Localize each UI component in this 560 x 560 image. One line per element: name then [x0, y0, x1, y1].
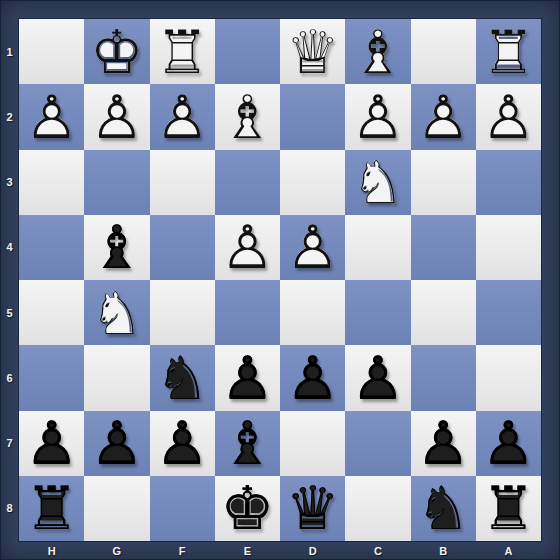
square-g1[interactable]: ♚♔: [84, 19, 149, 84]
rank-label-7: 7: [0, 411, 19, 476]
square-d2[interactable]: [280, 84, 345, 149]
square-a4[interactable]: [476, 215, 541, 280]
square-e6[interactable]: ♟♙: [215, 345, 280, 410]
white-rook-outline: ♖: [150, 19, 215, 84]
white-knight[interactable]: ♞♘: [345, 150, 410, 215]
rank-label-1: 1: [0, 19, 19, 84]
square-b1[interactable]: [411, 19, 476, 84]
square-h1[interactable]: [19, 19, 84, 84]
file-labels: HGFEDCBA: [19, 541, 541, 560]
black-bishop[interactable]: ♝♗: [215, 411, 280, 476]
square-e1[interactable]: [215, 19, 280, 84]
square-f6[interactable]: ♞♘: [150, 345, 215, 410]
square-c4[interactable]: [345, 215, 410, 280]
chess-board[interactable]: ♚♔♜♖♛♕♝♗♜♖♟♙♟♙♟♙♝♗♟♙♟♙♟♙♞♘♝♗♟♙♟♙♞♘♞♘♟♙♟♙…: [19, 19, 541, 541]
black-rook-outline: ♖: [19, 476, 84, 541]
rank-label-4: 4: [0, 215, 19, 280]
square-e3[interactable]: [215, 150, 280, 215]
black-rook-outline: ♖: [476, 476, 541, 541]
white-bishop-outline: ♗: [345, 19, 410, 84]
black-rook[interactable]: ♜♖: [476, 476, 541, 541]
black-pawn-outline: ♙: [411, 411, 476, 476]
square-c2[interactable]: ♟♙: [345, 84, 410, 149]
white-bishop-outline: ♗: [215, 84, 280, 149]
black-pawn-outline: ♙: [150, 411, 215, 476]
rank-labels: 12345678: [0, 19, 19, 541]
square-g4[interactable]: ♝♗: [84, 215, 149, 280]
black-king-outline: ♔: [215, 476, 280, 541]
white-king-outline: ♔: [84, 19, 149, 84]
square-e5[interactable]: [215, 280, 280, 345]
white-knight[interactable]: ♞♘: [84, 280, 149, 345]
file-label-c: C: [345, 541, 410, 560]
square-b6[interactable]: [411, 345, 476, 410]
white-bishop[interactable]: ♝♗: [215, 84, 280, 149]
white-pawn[interactable]: ♟♙: [280, 215, 345, 280]
white-rook[interactable]: ♜♖: [150, 19, 215, 84]
black-knight[interactable]: ♞♘: [411, 476, 476, 541]
square-h7[interactable]: ♟♙: [19, 411, 84, 476]
black-queen-outline: ♕: [280, 476, 345, 541]
white-pawn-outline: ♙: [476, 84, 541, 149]
square-b8[interactable]: ♞♘: [411, 476, 476, 541]
square-d7[interactable]: [280, 411, 345, 476]
white-rook[interactable]: ♜♖: [476, 19, 541, 84]
square-a6[interactable]: [476, 345, 541, 410]
white-pawn[interactable]: ♟♙: [345, 84, 410, 149]
black-pawn[interactable]: ♟♙: [215, 345, 280, 410]
black-pawn-outline: ♙: [215, 345, 280, 410]
white-queen-outline: ♕: [280, 19, 345, 84]
square-a5[interactable]: [476, 280, 541, 345]
black-rook[interactable]: ♜♖: [19, 476, 84, 541]
white-pawn[interactable]: ♟♙: [476, 84, 541, 149]
black-pawn[interactable]: ♟♙: [411, 411, 476, 476]
square-f4[interactable]: [150, 215, 215, 280]
black-queen[interactable]: ♛♕: [280, 476, 345, 541]
square-h2[interactable]: ♟♙: [19, 84, 84, 149]
rank-label-5: 5: [0, 280, 19, 345]
white-pawn-outline: ♙: [215, 215, 280, 280]
white-rook-outline: ♖: [476, 19, 541, 84]
black-king[interactable]: ♚♔: [215, 476, 280, 541]
square-b2[interactable]: ♟♙: [411, 84, 476, 149]
square-f2[interactable]: ♟♙: [150, 84, 215, 149]
black-pawn-outline: ♙: [84, 411, 149, 476]
black-bishop-outline: ♗: [84, 215, 149, 280]
square-a1[interactable]: ♜♖: [476, 19, 541, 84]
square-d1[interactable]: ♛♕: [280, 19, 345, 84]
white-pawn[interactable]: ♟♙: [19, 84, 84, 149]
square-d5[interactable]: [280, 280, 345, 345]
square-f7[interactable]: ♟♙: [150, 411, 215, 476]
file-label-e: E: [215, 541, 280, 560]
black-knight[interactable]: ♞♘: [150, 345, 215, 410]
black-pawn[interactable]: ♟♙: [280, 345, 345, 410]
rank-label-6: 6: [0, 345, 19, 410]
white-pawn[interactable]: ♟♙: [84, 84, 149, 149]
file-label-d: D: [280, 541, 345, 560]
board-frame: 12345678 HGFEDCBA ♚♔♜♖♛♕♝♗♜♖♟♙♟♙♟♙♝♗♟♙♟♙…: [0, 0, 560, 560]
white-pawn[interactable]: ♟♙: [411, 84, 476, 149]
black-pawn-outline: ♙: [280, 345, 345, 410]
black-pawn[interactable]: ♟♙: [476, 411, 541, 476]
black-knight-outline: ♘: [150, 345, 215, 410]
square-e8[interactable]: ♚♔: [215, 476, 280, 541]
black-pawn[interactable]: ♟♙: [150, 411, 215, 476]
square-g3[interactable]: [84, 150, 149, 215]
square-e2[interactable]: ♝♗: [215, 84, 280, 149]
rank-label-2: 2: [0, 84, 19, 149]
square-d3[interactable]: [280, 150, 345, 215]
square-c6[interactable]: ♟♙: [345, 345, 410, 410]
white-pawn-outline: ♙: [280, 215, 345, 280]
square-d4[interactable]: ♟♙: [280, 215, 345, 280]
square-d8[interactable]: ♛♕: [280, 476, 345, 541]
square-h3[interactable]: [19, 150, 84, 215]
square-f8[interactable]: [150, 476, 215, 541]
file-label-a: A: [476, 541, 541, 560]
square-b7[interactable]: ♟♙: [411, 411, 476, 476]
square-h6[interactable]: [19, 345, 84, 410]
black-pawn[interactable]: ♟♙: [19, 411, 84, 476]
square-b5[interactable]: [411, 280, 476, 345]
square-f1[interactable]: ♜♖: [150, 19, 215, 84]
black-pawn[interactable]: ♟♙: [345, 345, 410, 410]
black-pawn-outline: ♙: [345, 345, 410, 410]
white-king[interactable]: ♚♔: [84, 19, 149, 84]
black-bishop[interactable]: ♝♗: [84, 215, 149, 280]
square-b4[interactable]: [411, 215, 476, 280]
square-e4[interactable]: ♟♙: [215, 215, 280, 280]
white-bishop[interactable]: ♝♗: [345, 19, 410, 84]
square-a2[interactable]: ♟♙: [476, 84, 541, 149]
square-d6[interactable]: ♟♙: [280, 345, 345, 410]
file-label-b: B: [411, 541, 476, 560]
square-h5[interactable]: [19, 280, 84, 345]
square-e7[interactable]: ♝♗: [215, 411, 280, 476]
square-f3[interactable]: [150, 150, 215, 215]
file-label-f: F: [150, 541, 215, 560]
square-g6[interactable]: [84, 345, 149, 410]
square-f5[interactable]: [150, 280, 215, 345]
square-c3[interactable]: ♞♘: [345, 150, 410, 215]
white-pawn-outline: ♙: [411, 84, 476, 149]
square-g7[interactable]: ♟♙: [84, 411, 149, 476]
white-queen[interactable]: ♛♕: [280, 19, 345, 84]
square-h8[interactable]: ♜♖: [19, 476, 84, 541]
black-bishop-outline: ♗: [215, 411, 280, 476]
square-c7[interactable]: [345, 411, 410, 476]
rank-label-8: 8: [0, 476, 19, 541]
black-pawn-outline: ♙: [19, 411, 84, 476]
black-knight-outline: ♘: [411, 476, 476, 541]
square-c5[interactable]: [345, 280, 410, 345]
black-pawn[interactable]: ♟♙: [84, 411, 149, 476]
square-g2[interactable]: ♟♙: [84, 84, 149, 149]
file-label-g: G: [84, 541, 149, 560]
square-a3[interactable]: [476, 150, 541, 215]
white-pawn[interactable]: ♟♙: [215, 215, 280, 280]
square-c1[interactable]: ♝♗: [345, 19, 410, 84]
square-b3[interactable]: [411, 150, 476, 215]
square-h4[interactable]: [19, 215, 84, 280]
rank-label-3: 3: [0, 150, 19, 215]
white-knight-outline: ♘: [345, 150, 410, 215]
black-pawn-outline: ♙: [476, 411, 541, 476]
white-knight-outline: ♘: [84, 280, 149, 345]
square-c8[interactable]: [345, 476, 410, 541]
square-g8[interactable]: [84, 476, 149, 541]
white-pawn-outline: ♙: [19, 84, 84, 149]
square-a7[interactable]: ♟♙: [476, 411, 541, 476]
white-pawn-outline: ♙: [84, 84, 149, 149]
square-a8[interactable]: ♜♖: [476, 476, 541, 541]
white-pawn-outline: ♙: [345, 84, 410, 149]
white-pawn[interactable]: ♟♙: [150, 84, 215, 149]
file-label-h: H: [19, 541, 84, 560]
white-pawn-outline: ♙: [150, 84, 215, 149]
square-g5[interactable]: ♞♘: [84, 280, 149, 345]
